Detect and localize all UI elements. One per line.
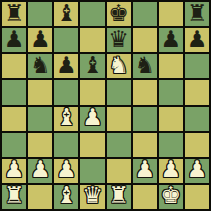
- square-f6[interactable]: ♞: [133, 54, 157, 78]
- piece-black-bishop[interactable]: ♝: [56, 2, 77, 25]
- square-d3[interactable]: [80, 133, 104, 157]
- piece-white-pawn[interactable]: ♟: [30, 159, 51, 182]
- square-f5[interactable]: [133, 80, 157, 104]
- square-c3[interactable]: [54, 133, 78, 157]
- piece-black-pawn[interactable]: ♟: [4, 28, 25, 51]
- piece-white-pawn[interactable]: ♟: [187, 159, 208, 182]
- square-b6[interactable]: ♞: [28, 54, 52, 78]
- piece-black-pawn[interactable]: ♟: [187, 28, 208, 51]
- square-c1[interactable]: ♝: [54, 185, 78, 209]
- square-e4[interactable]: [107, 107, 131, 131]
- square-e3[interactable]: [107, 133, 131, 157]
- square-a5[interactable]: [2, 80, 26, 104]
- square-b3[interactable]: [28, 133, 52, 157]
- piece-white-queen[interactable]: ♛: [82, 185, 103, 208]
- square-f3[interactable]: [133, 133, 157, 157]
- square-b8[interactable]: [28, 2, 52, 26]
- square-b7[interactable]: ♟: [28, 28, 52, 52]
- square-a3[interactable]: [2, 133, 26, 157]
- piece-black-king[interactable]: ♚: [108, 2, 129, 25]
- piece-black-pawn[interactable]: ♟: [56, 54, 77, 77]
- square-d8[interactable]: [80, 2, 104, 26]
- square-b5[interactable]: [28, 80, 52, 104]
- square-a6[interactable]: [2, 54, 26, 78]
- square-g1[interactable]: ♚: [159, 185, 183, 209]
- chess-board: ♜♝♚♜♟♟♛♟♟♞♟♝♞♞♝♟♟♟♟♟♟♟♜♝♛♜♚: [0, 0, 211, 211]
- square-d6[interactable]: ♝: [80, 54, 104, 78]
- piece-black-knight[interactable]: ♞: [134, 54, 155, 77]
- piece-black-rook[interactable]: ♜: [187, 2, 208, 25]
- square-b4[interactable]: [28, 107, 52, 131]
- square-g5[interactable]: [159, 80, 183, 104]
- square-f1[interactable]: [133, 185, 157, 209]
- piece-white-bishop[interactable]: ♝: [56, 107, 77, 130]
- square-d4[interactable]: ♟: [80, 107, 104, 131]
- square-e7[interactable]: ♛: [107, 28, 131, 52]
- square-g8[interactable]: [159, 2, 183, 26]
- piece-black-bishop[interactable]: ♝: [82, 54, 103, 77]
- square-a7[interactable]: ♟: [2, 28, 26, 52]
- piece-white-rook[interactable]: ♜: [4, 185, 25, 208]
- square-g2[interactable]: ♟: [159, 159, 183, 183]
- square-a1[interactable]: ♜: [2, 185, 26, 209]
- piece-black-rook[interactable]: ♜: [4, 2, 25, 25]
- square-h5[interactable]: [185, 80, 209, 104]
- square-f8[interactable]: [133, 2, 157, 26]
- square-e6[interactable]: ♞: [107, 54, 131, 78]
- square-b1[interactable]: [28, 185, 52, 209]
- square-d2[interactable]: [80, 159, 104, 183]
- piece-white-bishop[interactable]: ♝: [56, 185, 77, 208]
- piece-black-pawn[interactable]: ♟: [30, 28, 51, 51]
- square-c5[interactable]: [54, 80, 78, 104]
- square-a8[interactable]: ♜: [2, 2, 26, 26]
- square-h3[interactable]: [185, 133, 209, 157]
- square-h8[interactable]: ♜: [185, 2, 209, 26]
- piece-black-pawn[interactable]: ♟: [161, 28, 182, 51]
- square-c4[interactable]: ♝: [54, 107, 78, 131]
- square-e1[interactable]: ♜: [107, 185, 131, 209]
- piece-white-knight[interactable]: ♞: [108, 54, 129, 77]
- square-g6[interactable]: [159, 54, 183, 78]
- square-g4[interactable]: [159, 107, 183, 131]
- square-d5[interactable]: [80, 80, 104, 104]
- piece-black-queen[interactable]: ♛: [108, 28, 129, 51]
- square-e2[interactable]: [107, 159, 131, 183]
- square-c8[interactable]: ♝: [54, 2, 78, 26]
- square-h6[interactable]: [185, 54, 209, 78]
- piece-white-pawn[interactable]: ♟: [134, 159, 155, 182]
- square-e5[interactable]: [107, 80, 131, 104]
- square-d1[interactable]: ♛: [80, 185, 104, 209]
- piece-black-knight[interactable]: ♞: [30, 54, 51, 77]
- square-d7[interactable]: [80, 28, 104, 52]
- square-h4[interactable]: [185, 107, 209, 131]
- piece-white-pawn[interactable]: ♟: [161, 159, 182, 182]
- square-h1[interactable]: [185, 185, 209, 209]
- square-c2[interactable]: ♟: [54, 159, 78, 183]
- square-c6[interactable]: ♟: [54, 54, 78, 78]
- square-h7[interactable]: ♟: [185, 28, 209, 52]
- square-f2[interactable]: ♟: [133, 159, 157, 183]
- square-a4[interactable]: [2, 107, 26, 131]
- piece-white-king[interactable]: ♚: [161, 185, 182, 208]
- square-f7[interactable]: [133, 28, 157, 52]
- square-e8[interactable]: ♚: [107, 2, 131, 26]
- square-g7[interactable]: ♟: [159, 28, 183, 52]
- square-h2[interactable]: ♟: [185, 159, 209, 183]
- piece-white-pawn[interactable]: ♟: [4, 159, 25, 182]
- square-c7[interactable]: [54, 28, 78, 52]
- square-f4[interactable]: [133, 107, 157, 131]
- piece-white-pawn[interactable]: ♟: [56, 159, 77, 182]
- square-a2[interactable]: ♟: [2, 159, 26, 183]
- square-b2[interactable]: ♟: [28, 159, 52, 183]
- piece-white-pawn[interactable]: ♟: [82, 107, 103, 130]
- square-g3[interactable]: [159, 133, 183, 157]
- piece-white-rook[interactable]: ♜: [108, 185, 129, 208]
